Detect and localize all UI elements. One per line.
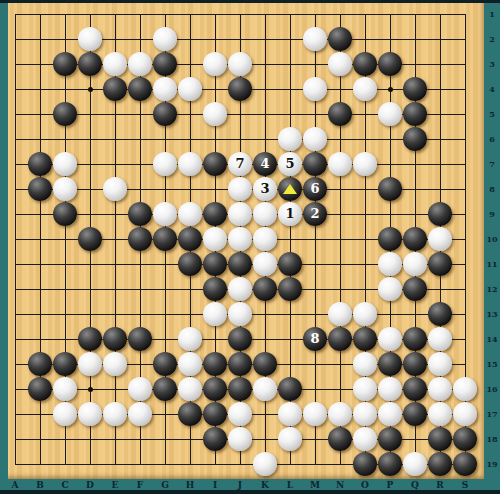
row-label-4: 4 <box>484 84 500 94</box>
column-label-O: O <box>353 480 377 490</box>
black-stone[interactable] <box>353 327 377 351</box>
white-stone[interactable] <box>353 77 377 101</box>
white-stone[interactable] <box>228 227 252 251</box>
row-label-10: 10 <box>484 234 500 244</box>
column-label-Q: Q <box>403 480 427 490</box>
white-stone[interactable] <box>228 427 252 451</box>
black-stone[interactable] <box>403 377 427 401</box>
black-stone[interactable] <box>28 377 52 401</box>
black-stone[interactable] <box>403 127 427 151</box>
black-stone[interactable]: 8 <box>303 327 327 351</box>
white-stone[interactable] <box>178 202 202 226</box>
white-stone[interactable] <box>303 27 327 51</box>
white-stone[interactable] <box>303 77 327 101</box>
white-stone[interactable] <box>228 177 252 201</box>
black-stone[interactable] <box>178 252 202 276</box>
row-label-16: 16 <box>484 384 500 394</box>
white-stone[interactable] <box>53 377 77 401</box>
move-number-label: 4 <box>260 152 269 176</box>
white-stone[interactable]: 3 <box>253 177 277 201</box>
column-label-H: H <box>178 480 202 490</box>
white-stone[interactable] <box>253 202 277 226</box>
black-stone[interactable] <box>103 77 127 101</box>
black-stone[interactable] <box>203 202 227 226</box>
white-stone[interactable]: 5 <box>278 152 302 176</box>
black-stone[interactable] <box>328 327 352 351</box>
white-stone[interactable]: 7 <box>228 152 252 176</box>
hoshi-point <box>88 387 93 392</box>
row-label-17: 17 <box>484 409 500 419</box>
bottom-frame-band <box>0 490 500 494</box>
white-stone[interactable] <box>453 377 477 401</box>
black-stone[interactable] <box>203 352 227 376</box>
white-stone[interactable] <box>103 177 127 201</box>
move-number-label: 7 <box>235 152 244 176</box>
white-stone[interactable] <box>328 302 352 326</box>
black-stone[interactable] <box>203 152 227 176</box>
column-label-N: N <box>328 480 352 490</box>
black-stone[interactable] <box>378 452 402 476</box>
hoshi-point <box>388 87 393 92</box>
black-stone[interactable] <box>53 102 77 126</box>
white-stone[interactable] <box>203 102 227 126</box>
white-stone[interactable] <box>78 27 102 51</box>
black-stone[interactable] <box>403 227 427 251</box>
black-stone[interactable] <box>378 352 402 376</box>
white-stone[interactable] <box>353 377 377 401</box>
white-stone[interactable] <box>353 402 377 426</box>
row-label-1: 1 <box>484 9 500 19</box>
black-stone[interactable] <box>303 152 327 176</box>
white-stone[interactable] <box>103 52 127 76</box>
black-stone[interactable] <box>428 202 452 226</box>
black-stone[interactable] <box>353 452 377 476</box>
black-stone[interactable] <box>428 452 452 476</box>
black-stone[interactable] <box>403 327 427 351</box>
black-stone[interactable]: 4 <box>253 152 277 176</box>
column-label-K: K <box>253 480 277 490</box>
black-stone[interactable] <box>203 252 227 276</box>
white-stone[interactable] <box>353 427 377 451</box>
white-stone[interactable] <box>403 252 427 276</box>
column-label-S: S <box>453 480 477 490</box>
white-stone[interactable] <box>128 402 152 426</box>
black-stone[interactable] <box>153 377 177 401</box>
white-stone[interactable] <box>378 252 402 276</box>
white-stone[interactable] <box>103 352 127 376</box>
white-stone[interactable] <box>378 402 402 426</box>
black-stone[interactable] <box>378 227 402 251</box>
hoshi-point <box>88 87 93 92</box>
black-stone[interactable] <box>78 327 102 351</box>
white-stone[interactable] <box>353 152 377 176</box>
triangle-mark-icon <box>283 184 297 194</box>
move-number-label: 1 <box>285 202 294 226</box>
black-stone[interactable] <box>428 252 452 276</box>
black-stone[interactable] <box>28 352 52 376</box>
row-label-2: 2 <box>484 34 500 44</box>
white-stone[interactable] <box>228 202 252 226</box>
black-stone[interactable] <box>253 352 277 376</box>
white-stone[interactable] <box>253 252 277 276</box>
column-label-F: F <box>128 480 152 490</box>
black-stone[interactable] <box>403 402 427 426</box>
column-label-B: B <box>28 480 52 490</box>
black-stone[interactable] <box>228 352 252 376</box>
black-stone[interactable] <box>203 402 227 426</box>
row-label-6: 6 <box>484 134 500 144</box>
move-number-label: 3 <box>260 177 269 201</box>
white-stone[interactable] <box>428 327 452 351</box>
black-stone[interactable]: 6 <box>303 177 327 201</box>
white-stone[interactable] <box>53 402 77 426</box>
black-stone[interactable] <box>153 227 177 251</box>
white-stone[interactable] <box>228 302 252 326</box>
row-label-7: 7 <box>484 159 500 169</box>
black-stone[interactable] <box>253 277 277 301</box>
move-number-label: 2 <box>310 202 319 226</box>
white-stone[interactable] <box>228 277 252 301</box>
white-stone[interactable] <box>253 452 277 476</box>
white-stone[interactable] <box>78 402 102 426</box>
column-label-E: E <box>103 480 127 490</box>
black-stone[interactable] <box>203 377 227 401</box>
black-stone[interactable] <box>403 352 427 376</box>
column-label-P: P <box>378 480 402 490</box>
column-label-M: M <box>303 480 327 490</box>
white-stone[interactable] <box>178 152 202 176</box>
white-stone[interactable] <box>203 52 227 76</box>
white-stone[interactable] <box>378 327 402 351</box>
white-stone[interactable] <box>178 377 202 401</box>
black-stone[interactable] <box>228 327 252 351</box>
black-stone[interactable] <box>103 327 127 351</box>
black-stone[interactable] <box>428 427 452 451</box>
black-stone[interactable] <box>328 427 352 451</box>
black-stone[interactable] <box>228 377 252 401</box>
white-stone[interactable] <box>328 152 352 176</box>
black-stone[interactable] <box>428 302 452 326</box>
move-number-label: 8 <box>310 327 319 351</box>
white-stone[interactable] <box>153 202 177 226</box>
white-stone[interactable]: 1 <box>278 202 302 226</box>
row-label-9: 9 <box>484 209 500 219</box>
white-stone[interactable] <box>428 377 452 401</box>
white-stone[interactable] <box>153 152 177 176</box>
column-label-C: C <box>53 480 77 490</box>
move-number-label: 6 <box>310 177 319 201</box>
white-stone[interactable] <box>53 177 77 201</box>
black-stone[interactable] <box>153 102 177 126</box>
black-stone[interactable] <box>328 102 352 126</box>
row-label-18: 18 <box>484 434 500 444</box>
row-label-11: 11 <box>484 259 500 269</box>
white-stone[interactable] <box>428 352 452 376</box>
column-label-D: D <box>78 480 102 490</box>
black-stone[interactable] <box>453 452 477 476</box>
white-stone[interactable] <box>353 302 377 326</box>
black-stone[interactable] <box>228 252 252 276</box>
white-stone[interactable] <box>428 402 452 426</box>
white-stone[interactable] <box>253 377 277 401</box>
white-stone[interactable] <box>178 77 202 101</box>
black-stone[interactable] <box>203 277 227 301</box>
column-label-G: G <box>153 480 177 490</box>
row-label-14: 14 <box>484 334 500 344</box>
row-label-3: 3 <box>484 59 500 69</box>
black-stone[interactable] <box>353 52 377 76</box>
row-label-8: 8 <box>484 184 500 194</box>
black-stone[interactable] <box>178 402 202 426</box>
white-stone[interactable] <box>203 302 227 326</box>
black-stone[interactable] <box>53 52 77 76</box>
white-stone[interactable] <box>78 352 102 376</box>
black-stone[interactable] <box>453 427 477 451</box>
black-stone[interactable] <box>128 227 152 251</box>
black-stone[interactable] <box>128 327 152 351</box>
black-stone[interactable] <box>203 427 227 451</box>
column-label-A: A <box>3 480 27 490</box>
white-stone[interactable] <box>278 402 302 426</box>
black-stone[interactable] <box>53 202 77 226</box>
black-stone[interactable] <box>53 352 77 376</box>
white-stone[interactable] <box>403 452 427 476</box>
white-stone[interactable] <box>178 352 202 376</box>
white-stone[interactable] <box>128 52 152 76</box>
black-stone[interactable] <box>378 52 402 76</box>
black-stone[interactable] <box>278 277 302 301</box>
white-stone[interactable] <box>103 402 127 426</box>
black-stone[interactable] <box>128 202 152 226</box>
white-stone[interactable] <box>378 277 402 301</box>
white-stone[interactable] <box>303 402 327 426</box>
white-stone[interactable] <box>228 402 252 426</box>
move-number-label: 5 <box>285 152 294 176</box>
white-stone[interactable] <box>428 227 452 251</box>
black-stone[interactable] <box>28 152 52 176</box>
white-stone[interactable] <box>53 152 77 176</box>
column-label-L: L <box>278 480 302 490</box>
column-label-R: R <box>428 480 452 490</box>
black-stone[interactable] <box>403 277 427 301</box>
black-stone[interactable] <box>403 77 427 101</box>
white-stone[interactable] <box>178 327 202 351</box>
go-board-screenshot: 74536128ABCDEFGHIJKLMNOPQRS1234567891011… <box>0 0 500 494</box>
row-label-13: 13 <box>484 309 500 319</box>
white-stone[interactable] <box>153 27 177 51</box>
white-stone[interactable] <box>353 352 377 376</box>
black-stone[interactable] <box>128 77 152 101</box>
black-stone[interactable] <box>278 177 302 201</box>
white-stone[interactable] <box>253 227 277 251</box>
white-stone[interactable] <box>453 402 477 426</box>
white-stone[interactable] <box>378 102 402 126</box>
black-stone[interactable] <box>278 377 302 401</box>
black-stone[interactable] <box>78 227 102 251</box>
black-stone[interactable] <box>278 252 302 276</box>
black-stone[interactable] <box>228 77 252 101</box>
black-stone[interactable] <box>153 352 177 376</box>
white-stone[interactable] <box>153 77 177 101</box>
black-stone[interactable] <box>178 227 202 251</box>
white-stone[interactable] <box>278 427 302 451</box>
white-stone[interactable] <box>303 127 327 151</box>
black-stone[interactable] <box>378 427 402 451</box>
black-stone[interactable] <box>28 177 52 201</box>
white-stone[interactable] <box>228 52 252 76</box>
white-stone[interactable] <box>128 377 152 401</box>
row-label-19: 19 <box>484 459 500 469</box>
white-stone[interactable] <box>328 52 352 76</box>
black-stone[interactable]: 2 <box>303 202 327 226</box>
black-stone[interactable] <box>328 27 352 51</box>
row-label-5: 5 <box>484 109 500 119</box>
black-stone[interactable] <box>378 177 402 201</box>
row-label-15: 15 <box>484 359 500 369</box>
row-label-12: 12 <box>484 284 500 294</box>
white-stone[interactable] <box>278 127 302 151</box>
black-stone[interactable] <box>153 52 177 76</box>
column-label-I: I <box>203 480 227 490</box>
black-stone[interactable] <box>403 102 427 126</box>
black-stone[interactable] <box>78 52 102 76</box>
white-stone[interactable] <box>328 402 352 426</box>
white-stone[interactable] <box>378 377 402 401</box>
white-stone[interactable] <box>203 227 227 251</box>
column-label-J: J <box>228 480 252 490</box>
